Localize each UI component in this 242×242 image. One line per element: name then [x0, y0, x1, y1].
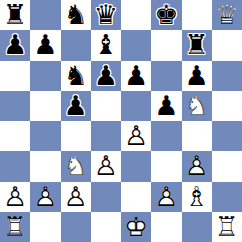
- piece-white-king[interactable]: ♚♔: [121, 212, 151, 242]
- piece-white-pawn[interactable]: ♟♙: [121, 121, 151, 151]
- square-b1[interactable]: [30, 212, 60, 242]
- square-e6[interactable]: ♟: [121, 61, 151, 91]
- piece-white-pawn[interactable]: ♟♙: [91, 151, 121, 181]
- piece-black-pawn[interactable]: ♟: [182, 61, 212, 91]
- piece-black-knight[interactable]: ♞: [61, 61, 91, 91]
- square-d7[interactable]: ♝: [91, 30, 121, 60]
- square-c7[interactable]: [61, 30, 91, 60]
- square-f4[interactable]: [151, 121, 181, 151]
- piece-white-knight[interactable]: ♞♘: [182, 91, 212, 121]
- black-bishop-icon: ♝: [91, 31, 121, 58]
- square-g5[interactable]: ♞♘: [182, 91, 212, 121]
- square-a1[interactable]: ♜♖: [0, 212, 30, 242]
- square-b8[interactable]: [30, 0, 60, 30]
- square-f6[interactable]: [151, 61, 181, 91]
- piece-black-queen[interactable]: ♛: [91, 0, 121, 30]
- piece-white-bishop[interactable]: ♝♗: [182, 182, 212, 212]
- white-pawn-outline-icon: ♙: [151, 183, 181, 210]
- piece-black-pawn[interactable]: ♟: [91, 61, 121, 91]
- white-bishop-outline-icon: ♗: [182, 183, 212, 210]
- chess-board: ♜♞♛♚♛♕♟♟♝♜♞♟♟♟♟♟♞♘♟♙♞♘♟♙♟♙♟♙♟♙♟♙♟♙♝♗♜♖♚♔…: [0, 0, 242, 242]
- white-rook-outline-icon: ♖: [212, 213, 242, 240]
- square-h8[interactable]: ♛♕: [212, 0, 242, 30]
- square-d3[interactable]: ♟♙: [91, 151, 121, 181]
- square-e2[interactable]: [121, 182, 151, 212]
- white-queen-outline-icon: ♕: [212, 1, 242, 28]
- piece-white-pawn[interactable]: ♟♙: [61, 182, 91, 212]
- black-pawn-icon: ♟: [182, 62, 212, 89]
- square-g1[interactable]: [182, 212, 212, 242]
- piece-black-king[interactable]: ♚: [151, 0, 181, 30]
- square-c1[interactable]: [61, 212, 91, 242]
- square-a3[interactable]: [0, 151, 30, 181]
- piece-black-pawn[interactable]: ♟: [151, 91, 181, 121]
- piece-black-bishop[interactable]: ♝: [91, 30, 121, 60]
- piece-white-rook[interactable]: ♜♖: [212, 212, 242, 242]
- piece-black-knight[interactable]: ♞: [61, 0, 91, 30]
- piece-white-pawn[interactable]: ♟♙: [151, 182, 181, 212]
- board-area: ♜♞♛♚♛♕♟♟♝♜♞♟♟♟♟♟♞♘♟♙♞♘♟♙♟♙♟♙♟♙♟♙♟♙♝♗♜♖♚♔…: [0, 0, 242, 242]
- square-g4[interactable]: [182, 121, 212, 151]
- white-pawn-outline-icon: ♙: [91, 152, 121, 179]
- square-b3[interactable]: [30, 151, 60, 181]
- square-e4[interactable]: ♟♙: [121, 121, 151, 151]
- white-pawn-outline-icon: ♙: [121, 122, 151, 149]
- square-a7[interactable]: ♟: [0, 30, 30, 60]
- square-f3[interactable]: [151, 151, 181, 181]
- piece-black-rook[interactable]: ♜: [0, 0, 30, 30]
- piece-white-pawn[interactable]: ♟♙: [30, 182, 60, 212]
- square-c5[interactable]: ♟: [61, 91, 91, 121]
- square-f5[interactable]: ♟: [151, 91, 181, 121]
- square-g6[interactable]: ♟: [182, 61, 212, 91]
- square-h5[interactable]: [212, 91, 242, 121]
- square-f1[interactable]: [151, 212, 181, 242]
- piece-white-pawn[interactable]: ♟♙: [182, 151, 212, 181]
- piece-black-pawn[interactable]: ♟: [0, 30, 30, 60]
- square-c2[interactable]: ♟♙: [61, 182, 91, 212]
- square-b2[interactable]: ♟♙: [30, 182, 60, 212]
- piece-white-pawn[interactable]: ♟♙: [0, 182, 30, 212]
- piece-black-pawn[interactable]: ♟: [30, 30, 60, 60]
- square-b7[interactable]: ♟: [30, 30, 60, 60]
- square-h2[interactable]: [212, 182, 242, 212]
- piece-white-rook[interactable]: ♜♖: [0, 212, 30, 242]
- square-h7[interactable]: [212, 30, 242, 60]
- square-g7[interactable]: ♜: [182, 30, 212, 60]
- square-b4[interactable]: [30, 121, 60, 151]
- piece-white-queen[interactable]: ♛♕: [212, 0, 242, 30]
- white-pawn-outline-icon: ♙: [61, 183, 91, 210]
- square-a6[interactable]: [0, 61, 30, 91]
- square-a2[interactable]: ♟♙: [0, 182, 30, 212]
- square-c3[interactable]: ♞♘: [61, 151, 91, 181]
- black-knight-icon: ♞: [61, 1, 91, 28]
- white-rook-outline-icon: ♖: [0, 213, 30, 240]
- black-knight-icon: ♞: [61, 62, 91, 89]
- black-pawn-icon: ♟: [151, 92, 181, 119]
- piece-black-pawn[interactable]: ♟: [121, 61, 151, 91]
- black-king-icon: ♚: [151, 1, 181, 28]
- white-pawn-outline-icon: ♙: [30, 183, 60, 210]
- square-b6[interactable]: [30, 61, 60, 91]
- square-g3[interactable]: ♟♙: [182, 151, 212, 181]
- black-pawn-icon: ♟: [30, 31, 60, 58]
- square-c6[interactable]: ♞: [61, 61, 91, 91]
- square-g8[interactable]: [182, 0, 212, 30]
- black-pawn-icon: ♟: [91, 62, 121, 89]
- square-a5[interactable]: [0, 91, 30, 121]
- black-pawn-icon: ♟: [61, 92, 91, 119]
- square-h6[interactable]: [212, 61, 242, 91]
- square-a8[interactable]: ♜: [0, 0, 30, 30]
- square-g2[interactable]: ♝♗: [182, 182, 212, 212]
- square-d5[interactable]: [91, 91, 121, 121]
- white-pawn-outline-icon: ♙: [0, 183, 30, 210]
- white-king-outline-icon: ♔: [121, 213, 151, 240]
- square-f2[interactable]: ♟♙: [151, 182, 181, 212]
- black-rook-icon: ♜: [0, 1, 30, 28]
- square-d4[interactable]: [91, 121, 121, 151]
- black-pawn-icon: ♟: [0, 31, 30, 58]
- square-a4[interactable]: [0, 121, 30, 151]
- white-pawn-outline-icon: ♙: [182, 152, 212, 179]
- square-h4[interactable]: [212, 121, 242, 151]
- square-e7[interactable]: [121, 30, 151, 60]
- piece-white-knight[interactable]: ♞♘: [61, 151, 91, 181]
- black-queen-icon: ♛: [91, 1, 121, 28]
- black-rook-icon: ♜: [182, 31, 212, 58]
- piece-black-pawn[interactable]: ♟: [61, 91, 91, 121]
- black-pawn-icon: ♟: [121, 62, 151, 89]
- piece-black-rook[interactable]: ♜: [182, 30, 212, 60]
- square-f7[interactable]: [151, 30, 181, 60]
- square-d1[interactable]: [91, 212, 121, 242]
- square-f8[interactable]: ♚: [151, 0, 181, 30]
- square-e8[interactable]: [121, 0, 151, 30]
- square-e1[interactable]: ♚♔: [121, 212, 151, 242]
- square-e5[interactable]: [121, 91, 151, 121]
- square-d2[interactable]: [91, 182, 121, 212]
- square-c8[interactable]: ♞: [61, 0, 91, 30]
- square-d8[interactable]: ♛: [91, 0, 121, 30]
- white-knight-outline-icon: ♘: [61, 152, 91, 179]
- square-b5[interactable]: [30, 91, 60, 121]
- square-h1[interactable]: ♜♖: [212, 212, 242, 242]
- white-knight-outline-icon: ♘: [182, 92, 212, 119]
- square-h3[interactable]: [212, 151, 242, 181]
- square-c4[interactable]: [61, 121, 91, 151]
- square-e3[interactable]: [121, 151, 151, 181]
- square-d6[interactable]: ♟: [91, 61, 121, 91]
